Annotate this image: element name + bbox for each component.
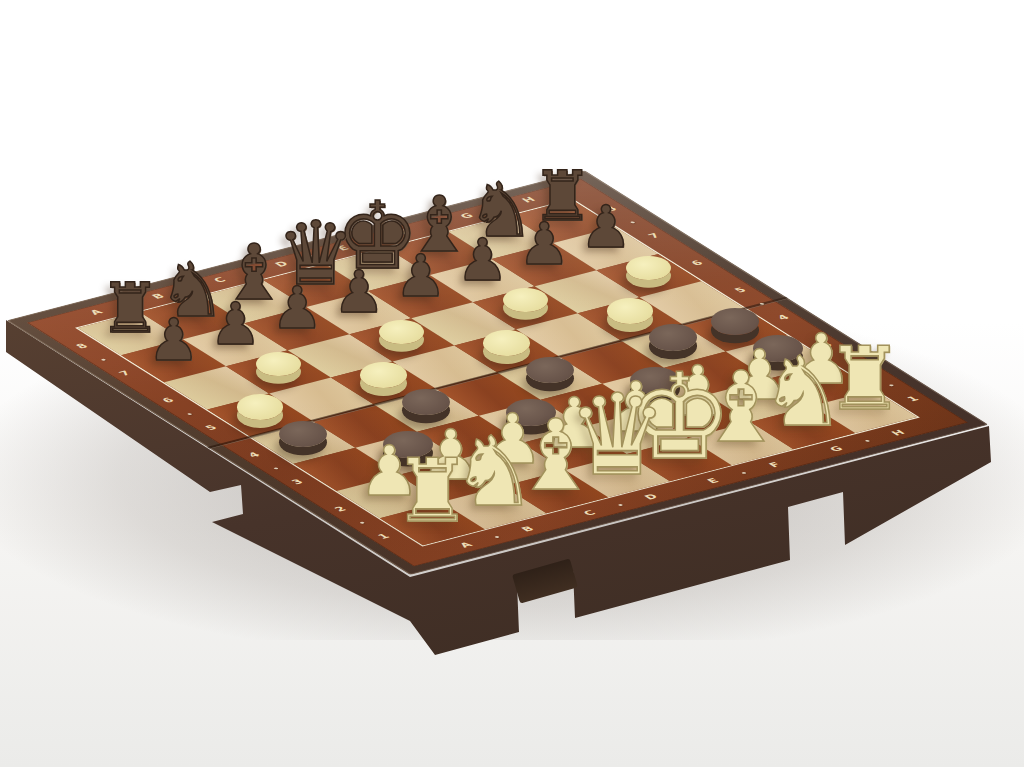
brown-pawn-d7[interactable]: ♟ [330, 263, 388, 321]
cream-checker-a5[interactable] [237, 394, 284, 420]
brown-checker-g4[interactable] [649, 324, 697, 350]
brown-pawn-a7[interactable]: ♟ [144, 311, 202, 369]
brown-checker-h4[interactable] [711, 308, 759, 334]
brown-pawn-b7[interactable]: ♟ [206, 295, 264, 353]
brown-pawn-e7[interactable]: ♟ [391, 247, 449, 305]
product-photo-chess-set: AABBCCDDEEFFGGHH1122334455667788 ♜♞♝♛♚♝♞… [0, 0, 1024, 767]
cream-checker-b6[interactable] [256, 352, 301, 377]
brown-pawn-h7[interactable]: ♟ [577, 198, 635, 256]
cream-rook-a1[interactable]: ♜ [388, 448, 476, 536]
brown-checker-c4[interactable] [402, 389, 450, 415]
brown-pawn-g7[interactable]: ♟ [515, 215, 573, 273]
cream-checker-e5[interactable] [483, 330, 530, 356]
cream-checker-f6[interactable] [503, 288, 548, 313]
brown-pawn-c7[interactable]: ♟ [268, 279, 326, 337]
brown-checker-a4[interactable] [279, 421, 327, 447]
brown-pawn-f7[interactable]: ♟ [453, 231, 511, 289]
cream-checker-c5[interactable] [360, 362, 407, 388]
cream-checker-g5[interactable] [607, 298, 654, 324]
